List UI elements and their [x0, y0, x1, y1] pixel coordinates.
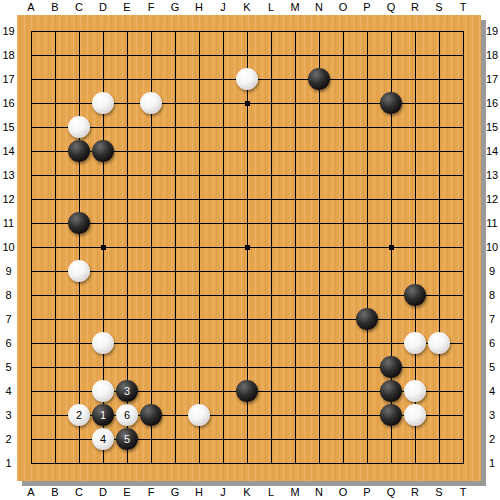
- stone-black-Q3: [380, 404, 402, 426]
- column-label: B: [43, 485, 67, 500]
- row-label: 8: [484, 283, 500, 307]
- row-label: 1: [0, 451, 17, 475]
- row-label: 15: [484, 115, 500, 139]
- column-label: C: [67, 485, 91, 500]
- column-label: D: [91, 0, 115, 15]
- row-label: 4: [484, 379, 500, 403]
- column-label: F: [139, 0, 163, 15]
- stone-black-K4: [236, 380, 258, 402]
- row-label: 12: [0, 187, 17, 211]
- row-label: 13: [484, 163, 500, 187]
- row-label: 9: [484, 259, 500, 283]
- stones-layer: 246135: [31, 31, 464, 464]
- row-labels-right: 19181716151413121110987654321: [484, 19, 500, 475]
- stone-white-D6: [92, 332, 114, 354]
- row-label: 9: [0, 259, 17, 283]
- stone-black-E4: 3: [116, 380, 138, 402]
- row-label: 2: [484, 427, 500, 451]
- column-label: E: [115, 0, 139, 15]
- column-label: D: [91, 485, 115, 500]
- stone-white-C15: [68, 116, 90, 138]
- row-label: 14: [484, 139, 500, 163]
- stone-white-R6: [404, 332, 426, 354]
- row-label: 10: [0, 235, 17, 259]
- stone-white-D16: [92, 92, 114, 114]
- row-label: 16: [484, 91, 500, 115]
- move-number-label: 2: [76, 404, 82, 426]
- column-label: R: [403, 485, 427, 500]
- stone-black-Q5: [380, 356, 402, 378]
- stone-black-C11: [68, 212, 90, 234]
- column-label: J: [211, 485, 235, 500]
- row-label: 7: [0, 307, 17, 331]
- column-label: L: [259, 485, 283, 500]
- stone-white-C3: 2: [68, 404, 90, 426]
- column-label: A: [19, 485, 43, 500]
- move-number-label: 1: [100, 404, 106, 426]
- row-label: 17: [0, 67, 17, 91]
- row-label: 13: [0, 163, 17, 187]
- column-label: A: [19, 0, 43, 15]
- stone-white-K17: [236, 68, 258, 90]
- stone-white-F16: [140, 92, 162, 114]
- column-label: S: [427, 0, 451, 15]
- row-label: 3: [0, 403, 17, 427]
- column-labels-top: ABCDEFGHJKLMNOPQRST: [19, 0, 475, 15]
- column-label: M: [283, 0, 307, 15]
- column-labels-bottom: ABCDEFGHJKLMNOPQRST: [19, 485, 475, 500]
- row-label: 6: [484, 331, 500, 355]
- column-label: T: [451, 485, 475, 500]
- move-number-label: 6: [124, 404, 130, 426]
- row-label: 7: [484, 307, 500, 331]
- row-label: 16: [0, 91, 17, 115]
- column-label: L: [259, 0, 283, 15]
- column-label: N: [307, 0, 331, 15]
- column-label: P: [355, 485, 379, 500]
- row-labels-left: 19181716151413121110987654321: [0, 19, 17, 475]
- column-label: O: [331, 485, 355, 500]
- column-label: R: [403, 0, 427, 15]
- column-label: H: [187, 0, 211, 15]
- row-label: 19: [0, 19, 17, 43]
- row-label: 8: [0, 283, 17, 307]
- row-label: 2: [0, 427, 17, 451]
- row-label: 18: [484, 43, 500, 67]
- column-label: N: [307, 485, 331, 500]
- row-label: 3: [484, 403, 500, 427]
- stone-black-Q4: [380, 380, 402, 402]
- go-board-app: ABCDEFGHJKLMNOPQRST 19181716151413121110…: [0, 0, 500, 500]
- stone-black-D14: [92, 140, 114, 162]
- column-label: G: [163, 0, 187, 15]
- row-label: 4: [0, 379, 17, 403]
- column-label: G: [163, 485, 187, 500]
- stone-black-D3: 1: [92, 404, 114, 426]
- row-label: 6: [0, 331, 17, 355]
- stone-white-R3: [404, 404, 426, 426]
- row-label: 11: [0, 211, 17, 235]
- column-label: K: [235, 0, 259, 15]
- column-label: B: [43, 0, 67, 15]
- stone-black-E2: 5: [116, 428, 138, 450]
- column-label: S: [427, 485, 451, 500]
- row-label: 5: [0, 355, 17, 379]
- move-number-label: 3: [124, 380, 130, 402]
- stone-white-D4: [92, 380, 114, 402]
- stone-white-H3: [188, 404, 210, 426]
- stone-black-Q16: [380, 92, 402, 114]
- row-label: 14: [0, 139, 17, 163]
- column-label: K: [235, 485, 259, 500]
- stone-black-R8: [404, 284, 426, 306]
- stone-white-D2: 4: [92, 428, 114, 450]
- column-label: C: [67, 0, 91, 15]
- stone-black-C14: [68, 140, 90, 162]
- row-label: 1: [484, 451, 500, 475]
- stone-black-F3: [140, 404, 162, 426]
- column-label: H: [187, 485, 211, 500]
- stone-black-N17: [308, 68, 330, 90]
- column-label: P: [355, 0, 379, 15]
- move-number-label: 5: [124, 428, 130, 450]
- stone-white-C9: [68, 260, 90, 282]
- column-label: E: [115, 485, 139, 500]
- column-label: F: [139, 485, 163, 500]
- column-label: T: [451, 0, 475, 15]
- move-number-label: 4: [100, 428, 106, 450]
- row-label: 18: [0, 43, 17, 67]
- column-label: Q: [379, 485, 403, 500]
- column-label: M: [283, 485, 307, 500]
- column-label: O: [331, 0, 355, 15]
- row-label: 10: [484, 235, 500, 259]
- column-label: J: [211, 0, 235, 15]
- row-label: 17: [484, 67, 500, 91]
- row-label: 12: [484, 187, 500, 211]
- column-label: Q: [379, 0, 403, 15]
- stone-white-S6: [428, 332, 450, 354]
- row-label: 19: [484, 19, 500, 43]
- go-board[interactable]: 246135: [17, 15, 481, 481]
- stone-white-R4: [404, 380, 426, 402]
- row-label: 11: [484, 211, 500, 235]
- row-label: 15: [0, 115, 17, 139]
- stone-white-E3: 6: [116, 404, 138, 426]
- stone-black-P7: [356, 308, 378, 330]
- row-label: 5: [484, 355, 500, 379]
